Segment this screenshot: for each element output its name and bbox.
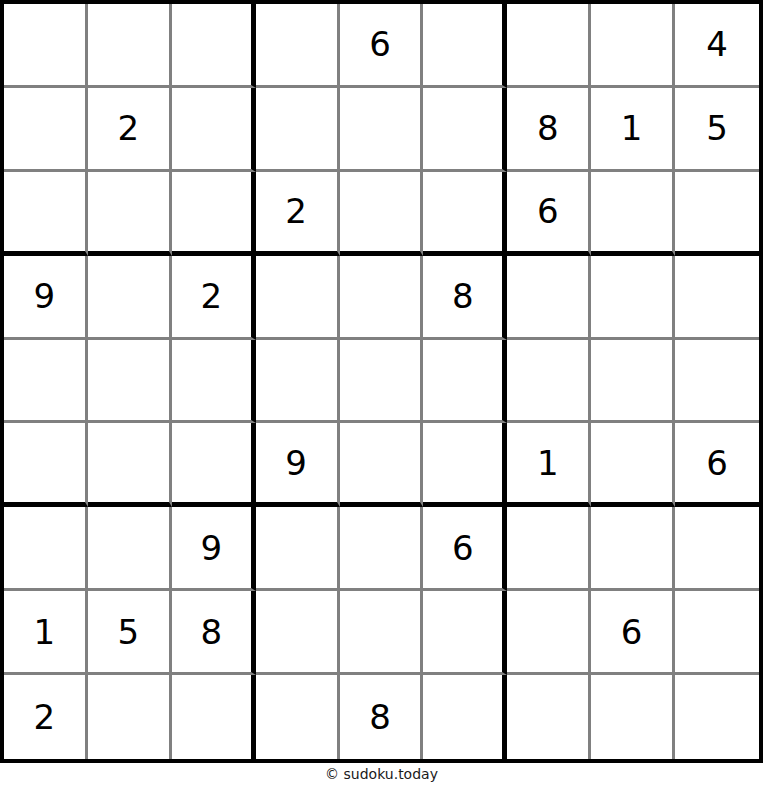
- given-digit: 6: [369, 27, 391, 61]
- given-digit: 2: [200, 279, 222, 313]
- cell-r3c9[interactable]: [675, 172, 759, 256]
- cell-r4c8[interactable]: [591, 256, 675, 340]
- cell-r4c3[interactable]: 2: [172, 256, 256, 340]
- cell-r4c6[interactable]: 8: [423, 256, 507, 340]
- cell-r4c9[interactable]: [675, 256, 759, 340]
- cell-r6c3[interactable]: [172, 423, 256, 507]
- given-digit: 9: [34, 279, 56, 313]
- cell-r1c9[interactable]: 4: [675, 4, 759, 88]
- cell-r5c5[interactable]: [340, 340, 424, 424]
- cell-r7c3[interactable]: 9: [172, 507, 256, 591]
- cell-r8c1[interactable]: 1: [4, 591, 88, 675]
- cell-r6c9[interactable]: 6: [675, 423, 759, 507]
- cell-r3c3[interactable]: [172, 172, 256, 256]
- cell-r9c2[interactable]: [88, 675, 172, 759]
- cell-r7c7[interactable]: [507, 507, 591, 591]
- cell-r3c1[interactable]: [4, 172, 88, 256]
- cell-r8c2[interactable]: 5: [88, 591, 172, 675]
- cell-r5c8[interactable]: [591, 340, 675, 424]
- cell-r2c4[interactable]: [256, 88, 340, 172]
- cell-r1c1[interactable]: [4, 4, 88, 88]
- given-digit: 8: [452, 279, 474, 313]
- cell-r4c2[interactable]: [88, 256, 172, 340]
- given-digit: 4: [706, 27, 728, 61]
- cell-r7c5[interactable]: [340, 507, 424, 591]
- cell-r3c2[interactable]: [88, 172, 172, 256]
- cell-r9c4[interactable]: [256, 675, 340, 759]
- given-digit: 2: [285, 194, 307, 228]
- cell-r2c3[interactable]: [172, 88, 256, 172]
- given-digit: 1: [537, 446, 559, 480]
- given-digit: 5: [118, 615, 140, 649]
- given-digit: 1: [621, 111, 643, 145]
- cell-r5c1[interactable]: [4, 340, 88, 424]
- cell-r7c4[interactable]: [256, 507, 340, 591]
- cell-r6c5[interactable]: [340, 423, 424, 507]
- cell-r5c7[interactable]: [507, 340, 591, 424]
- cell-r2c6[interactable]: [423, 88, 507, 172]
- cell-r3c5[interactable]: [340, 172, 424, 256]
- given-digit: 6: [621, 615, 643, 649]
- cell-r1c5[interactable]: 6: [340, 4, 424, 88]
- cell-r8c6[interactable]: [423, 591, 507, 675]
- cell-r2c1[interactable]: [4, 88, 88, 172]
- cell-r1c8[interactable]: [591, 4, 675, 88]
- cell-r2c5[interactable]: [340, 88, 424, 172]
- cell-r8c4[interactable]: [256, 591, 340, 675]
- cell-r3c7[interactable]: 6: [507, 172, 591, 256]
- cell-r6c2[interactable]: [88, 423, 172, 507]
- cell-r5c6[interactable]: [423, 340, 507, 424]
- cell-r8c9[interactable]: [675, 591, 759, 675]
- cell-r1c7[interactable]: [507, 4, 591, 88]
- cell-r7c1[interactable]: [4, 507, 88, 591]
- cell-r3c8[interactable]: [591, 172, 675, 256]
- cell-r8c8[interactable]: 6: [591, 591, 675, 675]
- cell-r5c2[interactable]: [88, 340, 172, 424]
- cell-r4c1[interactable]: 9: [4, 256, 88, 340]
- cell-r8c3[interactable]: 8: [172, 591, 256, 675]
- sudoku-board: 6428152692891696158628: [0, 0, 763, 763]
- cell-r5c4[interactable]: [256, 340, 340, 424]
- cell-r9c9[interactable]: [675, 675, 759, 759]
- given-digit: 6: [706, 446, 728, 480]
- given-digit: 6: [452, 531, 474, 565]
- cell-r9c6[interactable]: [423, 675, 507, 759]
- cell-r3c6[interactable]: [423, 172, 507, 256]
- given-digit: 6: [537, 194, 559, 228]
- copyright-text: © sudoku.today: [0, 762, 763, 785]
- cell-r4c4[interactable]: [256, 256, 340, 340]
- cell-r8c7[interactable]: [507, 591, 591, 675]
- given-digit: 8: [369, 700, 391, 734]
- cell-r9c3[interactable]: [172, 675, 256, 759]
- cell-r7c9[interactable]: [675, 507, 759, 591]
- cell-r2c2[interactable]: 2: [88, 88, 172, 172]
- given-digit: 1: [34, 615, 56, 649]
- sudoku-page: 6428152692891696158628 © sudoku.today: [0, 0, 765, 785]
- cell-r9c8[interactable]: [591, 675, 675, 759]
- cell-r7c6[interactable]: 6: [423, 507, 507, 591]
- cell-r2c8[interactable]: 1: [591, 88, 675, 172]
- cell-r9c5[interactable]: 8: [340, 675, 424, 759]
- cell-r6c8[interactable]: [591, 423, 675, 507]
- given-digit: 8: [537, 111, 559, 145]
- cell-r9c1[interactable]: 2: [4, 675, 88, 759]
- cell-r6c7[interactable]: 1: [507, 423, 591, 507]
- cell-r1c2[interactable]: [88, 4, 172, 88]
- cell-r2c7[interactable]: 8: [507, 88, 591, 172]
- cell-r4c7[interactable]: [507, 256, 591, 340]
- cell-r9c7[interactable]: [507, 675, 591, 759]
- given-digit: 2: [34, 700, 56, 734]
- given-digit: 5: [706, 111, 728, 145]
- cell-r6c4[interactable]: 9: [256, 423, 340, 507]
- cell-r6c6[interactable]: [423, 423, 507, 507]
- given-digit: 9: [285, 446, 307, 480]
- cell-r1c4[interactable]: [256, 4, 340, 88]
- cell-r6c1[interactable]: [4, 423, 88, 507]
- cell-r4c5[interactable]: [340, 256, 424, 340]
- given-digit: 9: [200, 531, 222, 565]
- cell-r5c9[interactable]: [675, 340, 759, 424]
- cell-r7c8[interactable]: [591, 507, 675, 591]
- cell-r1c3[interactable]: [172, 4, 256, 88]
- cell-r8c5[interactable]: [340, 591, 424, 675]
- cell-r2c9[interactable]: 5: [675, 88, 759, 172]
- cell-r7c2[interactable]: [88, 507, 172, 591]
- cell-r3c4[interactable]: 2: [256, 172, 340, 256]
- given-digit: 8: [200, 615, 222, 649]
- given-digit: 2: [118, 111, 140, 145]
- cell-r1c6[interactable]: [423, 4, 507, 88]
- cell-r5c3[interactable]: [172, 340, 256, 424]
